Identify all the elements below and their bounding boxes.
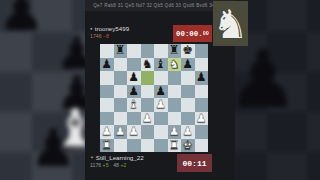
- piece-white-pawn[interactable]: ♟: [196, 112, 207, 126]
- piece-white-bishop[interactable]: ♝: [128, 98, 139, 112]
- square-b7[interactable]: [114, 58, 128, 72]
- piece-black-pawn[interactable]: ♟: [128, 85, 139, 99]
- square-g2[interactable]: ♟: [181, 125, 195, 139]
- square-d2[interactable]: [141, 125, 155, 139]
- square-f8[interactable]: ♜: [168, 44, 182, 58]
- square-d7[interactable]: ♞: [141, 58, 155, 72]
- square-b4[interactable]: [114, 98, 128, 112]
- blurred-backdrop-left: ♟♟♟♝♟: [0, 0, 85, 180]
- youtube-short-frame: ♟♟♟♝♟ ♟ Qe7 Rab8 31 Qe5 Nd7 32 Qb5 Qd6 3…: [0, 0, 320, 180]
- square-e8[interactable]: [154, 44, 168, 58]
- square-d8[interactable]: [141, 44, 155, 58]
- square-f4[interactable]: [168, 98, 182, 112]
- piece-white-king[interactable]: ♚: [182, 139, 193, 153]
- square-c4[interactable]: ♝: [127, 98, 141, 112]
- square-c6[interactable]: ♟: [127, 71, 141, 85]
- piece-white-knight[interactable]: ♞: [169, 58, 180, 72]
- piece-white-pawn[interactable]: ♟: [169, 125, 180, 139]
- chess-board[interactable]: ♜♜♚♟♞♝♞♟♟♟♟♟♝♟♟♟♟♟♟♟♟♜♜♚: [100, 44, 208, 152]
- piece-black-pawn[interactable]: ♟: [196, 71, 207, 85]
- square-a6[interactable]: [100, 71, 114, 85]
- move-list-text: Qe7 Rab8 31 Qe5 Nd7 32 Qb5 Qd6 33 Qxd6 B…: [93, 3, 227, 8]
- square-g6[interactable]: [181, 71, 195, 85]
- piece-white-pawn[interactable]: ♟: [115, 125, 126, 139]
- piece-black-bishop[interactable]: ♝: [155, 58, 166, 72]
- square-b5[interactable]: [114, 85, 128, 99]
- square-f7[interactable]: ♞: [168, 58, 182, 72]
- square-f3[interactable]: [168, 112, 182, 126]
- gold-flair-icon: ✦: [90, 156, 94, 161]
- square-f5[interactable]: [168, 85, 182, 99]
- blurred-board-pattern: ♟♟♟♝♟: [0, 0, 85, 180]
- square-h5[interactable]: [195, 85, 209, 99]
- square-h7[interactable]: [195, 58, 209, 72]
- square-a5[interactable]: [100, 85, 114, 99]
- piece-black-rook[interactable]: ♜: [115, 44, 126, 58]
- blurred-black-pawn-icon: ♟: [30, 122, 77, 174]
- piece-white-rook[interactable]: ♜: [101, 139, 112, 153]
- square-d4[interactable]: [141, 98, 155, 112]
- square-f1[interactable]: ♜: [168, 139, 182, 153]
- square-e2[interactable]: [154, 125, 168, 139]
- square-a3[interactable]: [100, 112, 114, 126]
- square-g4[interactable]: [181, 98, 195, 112]
- square-g8[interactable]: ♚: [181, 44, 195, 58]
- player-bottom-row: ✦ Still_Learning_22 1176 +5 · 48 +2 00:1…: [85, 152, 235, 174]
- square-c2[interactable]: ♟: [127, 125, 141, 139]
- square-e7[interactable]: ♝: [154, 58, 168, 72]
- piece-black-rook[interactable]: ♜: [169, 44, 180, 58]
- piece-white-rook[interactable]: ♜: [169, 139, 180, 153]
- piece-white-pawn[interactable]: ♟: [142, 112, 153, 126]
- square-c8[interactable]: [127, 44, 141, 58]
- square-h8[interactable]: [195, 44, 209, 58]
- square-h6[interactable]: ♟: [195, 71, 209, 85]
- piece-black-pawn[interactable]: ♟: [155, 85, 166, 99]
- square-a1[interactable]: ♜: [100, 139, 114, 153]
- square-h4[interactable]: [195, 98, 209, 112]
- square-c5[interactable]: ♟: [127, 85, 141, 99]
- square-a2[interactable]: ♟: [100, 125, 114, 139]
- square-f6[interactable]: [168, 71, 182, 85]
- square-e5[interactable]: ♟: [154, 85, 168, 99]
- square-e1[interactable]: [154, 139, 168, 153]
- square-h1[interactable]: [195, 139, 209, 153]
- square-h3[interactable]: ♟: [195, 112, 209, 126]
- white-knight-icon: ♞: [213, 4, 248, 44]
- square-g3[interactable]: [181, 112, 195, 126]
- square-h2[interactable]: [195, 125, 209, 139]
- blurred-black-pawn-icon: ♟: [235, 40, 299, 120]
- square-d6[interactable]: [141, 71, 155, 85]
- piece-white-pawn[interactable]: ♟: [155, 98, 166, 112]
- square-b8[interactable]: ♜: [114, 44, 128, 58]
- piece-white-pawn[interactable]: ♟: [101, 125, 112, 139]
- square-c1[interactable]: [127, 139, 141, 153]
- square-b6[interactable]: [114, 71, 128, 85]
- square-g5[interactable]: [181, 85, 195, 99]
- square-b3[interactable]: [114, 112, 128, 126]
- player-bottom-name[interactable]: Still_Learning_22: [96, 155, 144, 161]
- square-f2[interactable]: ♟: [168, 125, 182, 139]
- square-g7[interactable]: ♟: [181, 58, 195, 72]
- piece-black-pawn[interactable]: ♟: [128, 71, 139, 85]
- square-e6[interactable]: [154, 71, 168, 85]
- square-c3[interactable]: [127, 112, 141, 126]
- square-d5[interactable]: [141, 85, 155, 99]
- square-a8[interactable]: [100, 44, 114, 58]
- square-c7[interactable]: [127, 58, 141, 72]
- square-b2[interactable]: ♟: [114, 125, 128, 139]
- online-dot-icon: ●: [90, 27, 93, 32]
- clock-bottom: 00:11: [177, 154, 212, 172]
- square-a7[interactable]: ♟: [100, 58, 114, 72]
- piece-black-pawn[interactable]: ♟: [101, 58, 112, 72]
- piece-black-knight[interactable]: ♞: [142, 58, 153, 72]
- piece-white-pawn[interactable]: ♟: [128, 125, 139, 139]
- square-a4[interactable]: [100, 98, 114, 112]
- piece-white-pawn[interactable]: ♟: [182, 125, 193, 139]
- square-d3[interactable]: ♟: [141, 112, 155, 126]
- blurred-black-pawn-icon: ♟: [0, 0, 45, 38]
- player-bottom-rating: 1176 +5 · 48 +2: [90, 163, 126, 168]
- player-top-name[interactable]: trooney5499: [95, 26, 129, 32]
- clock-top-flagged: 00:00.00: [173, 25, 212, 42]
- square-e3[interactable]: [154, 112, 168, 126]
- piece-black-pawn[interactable]: ♟: [182, 58, 193, 72]
- channel-knight-logo: ♞: [213, 1, 248, 46]
- square-b1[interactable]: [114, 139, 128, 153]
- square-g1[interactable]: ♚: [181, 139, 195, 153]
- piece-black-king[interactable]: ♚: [182, 44, 193, 58]
- square-e4[interactable]: ♟: [154, 98, 168, 112]
- square-d1[interactable]: [141, 139, 155, 153]
- player-top-rating: 1746 −8: [90, 34, 109, 39]
